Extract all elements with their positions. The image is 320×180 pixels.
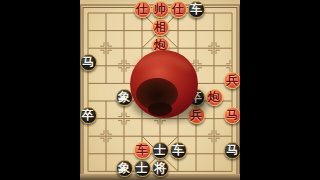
left-letterbox-bar: [0, 0, 80, 180]
piece-layer: 仕帅仕相炮兵炮兵马车车马象卒卒士车马象士将: [79, 1, 241, 177]
piece-red-chariot[interactable]: 车: [134, 142, 151, 159]
piece-black-advisor-home[interactable]: 士: [134, 160, 151, 177]
piece-red-cannon-center[interactable]: 炮: [152, 37, 169, 54]
piece-black-soldier-mid[interactable]: 卒: [188, 89, 205, 106]
piece-red-soldier-mid[interactable]: 兵: [188, 107, 205, 124]
piece-black-general[interactable]: 将: [152, 160, 169, 177]
piece-black-chariot-bottom[interactable]: 车: [170, 142, 187, 159]
right-letterbox-bar: [240, 0, 320, 180]
piece-black-advisor-palace[interactable]: 士: [152, 142, 169, 159]
piece-black-horse-left[interactable]: 马: [80, 54, 97, 71]
piece-black-soldier-left[interactable]: 卒: [80, 107, 97, 124]
piece-red-horse[interactable]: 马: [224, 107, 241, 124]
piece-black-elephant-mid[interactable]: 象: [116, 89, 133, 106]
piece-red-advisor-right[interactable]: 仕: [170, 1, 187, 18]
piece-black-horse-right[interactable]: 马: [224, 142, 241, 159]
piece-red-cannon-right[interactable]: 炮: [206, 89, 223, 106]
piece-black-elephant-home[interactable]: 象: [116, 160, 133, 177]
piece-black-chariot-top[interactable]: 车: [188, 1, 205, 18]
game-screen: 仕帅仕相炮兵炮兵马车车马象卒卒士车马象士将: [0, 0, 320, 180]
xiangqi-board[interactable]: 仕帅仕相炮兵炮兵马车车马象卒卒士车马象士将: [80, 0, 240, 180]
piece-red-general[interactable]: 帅: [152, 1, 169, 18]
piece-red-elephant[interactable]: 相: [152, 19, 169, 36]
piece-red-advisor-left[interactable]: 仕: [134, 1, 151, 18]
piece-red-soldier-right[interactable]: 兵: [224, 72, 241, 89]
